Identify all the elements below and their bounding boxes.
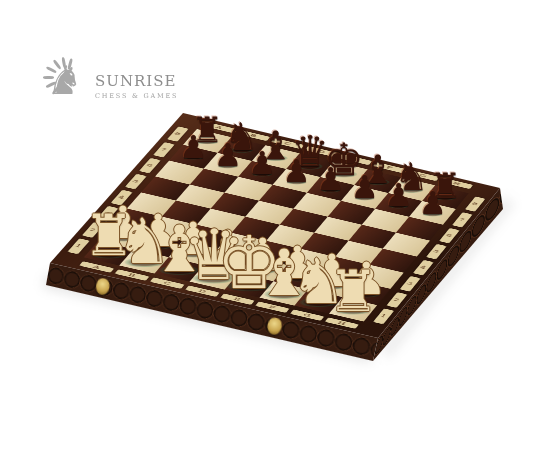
brand-subtitle: CHESS & GAMES: [95, 92, 178, 100]
knight-glyph-icon: ♞: [47, 60, 83, 100]
piece-black-pawn-f7[interactable]: ♟: [351, 172, 379, 204]
sunrise-knight-icon: ♞: [44, 54, 90, 102]
piece-black-pawn-d7[interactable]: ♟: [282, 156, 310, 188]
brand-name: SUNRISE: [95, 72, 178, 90]
piece-black-pawn-a7[interactable]: ♟: [179, 131, 207, 163]
piece-black-pawn-b7[interactable]: ♟: [214, 140, 242, 172]
sunrise-logo: ♞ SUNRISE CHESS & GAMES: [44, 54, 178, 102]
piece-black-pawn-c7[interactable]: ♟: [248, 148, 276, 180]
chess-set-product-photo: ♞ SUNRISE CHESS & GAMES AA11BB22CC33DD44…: [0, 0, 550, 450]
piece-black-pawn-g7[interactable]: ♟: [385, 180, 413, 212]
piece-white-rook-h1[interactable]: ♜: [328, 264, 379, 321]
piece-black-pawn-h7[interactable]: ♟: [418, 188, 446, 220]
piece-black-pawn-e7[interactable]: ♟: [317, 164, 345, 196]
brass-latch: [266, 316, 283, 336]
brass-latch: [95, 277, 111, 296]
logo-text: SUNRISE CHESS & GAMES: [95, 72, 178, 102]
